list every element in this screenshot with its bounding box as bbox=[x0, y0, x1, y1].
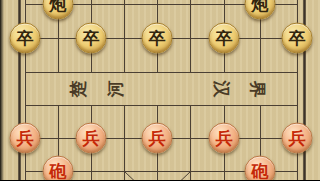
river-text-han: 汉 bbox=[213, 81, 230, 98]
piece-red-cannon-b3[interactable]: 砲 bbox=[43, 156, 74, 181]
river-text-he: 河 bbox=[107, 81, 124, 98]
piece-red-soldier-g4[interactable]: 兵 bbox=[209, 123, 240, 154]
river-text-chu: 楚 bbox=[70, 81, 87, 98]
piece-red-soldier-c4[interactable]: 兵 bbox=[76, 123, 107, 154]
piece-black-soldier-g7[interactable]: 卒 bbox=[209, 23, 240, 54]
river-text-jie: 界 bbox=[249, 81, 266, 98]
piece-red-soldier-i4[interactable]: 兵 bbox=[282, 123, 313, 154]
piece-black-soldier-e7[interactable]: 卒 bbox=[142, 23, 173, 54]
piece-red-cannon-h3[interactable]: 砲 bbox=[245, 156, 276, 181]
piece-black-soldier-c7[interactable]: 卒 bbox=[76, 23, 107, 54]
piece-red-soldier-a4[interactable]: 兵 bbox=[10, 123, 41, 154]
piece-black-soldier-i7[interactable]: 卒 bbox=[282, 23, 313, 54]
piece-black-soldier-a7[interactable]: 卒 bbox=[10, 23, 41, 54]
xiangqi-board: 楚 河 汉 界 炮炮卒卒卒卒卒兵兵兵兵兵砲砲 bbox=[0, 0, 320, 180]
piece-red-soldier-e4[interactable]: 兵 bbox=[142, 123, 173, 154]
